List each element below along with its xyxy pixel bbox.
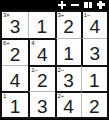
cell-r2c3[interactable]: 1	[55, 38, 81, 64]
cell-r4c3[interactable]: 2÷4	[55, 91, 81, 117]
cage-label: 1−	[84, 12, 91, 19]
cell-r2c1[interactable]: 6+2	[2, 38, 28, 64]
cell-value: 3	[63, 71, 74, 90]
cell-value: 2	[89, 97, 100, 116]
cell-r4c1[interactable]: 11	[2, 91, 28, 117]
cell-value: 3	[10, 17, 21, 36]
cell-r2c2[interactable]: 44	[28, 38, 54, 64]
kenken-board: 3×313+21−46+2441341−22−311132÷42	[0, 10, 109, 119]
cell-value: 2	[63, 17, 74, 36]
cell-value: 1	[37, 17, 48, 36]
plus-icon[interactable]	[58, 1, 66, 9]
cell-r1c3[interactable]: 3+2	[55, 12, 81, 38]
cell-r3c4[interactable]: 1	[81, 65, 107, 91]
cell-r3c2[interactable]: 1−2	[28, 65, 54, 91]
cell-r4c2[interactable]: 3	[28, 91, 54, 117]
cage-label: 3×	[3, 12, 10, 19]
cage-label: 3+	[58, 12, 65, 19]
toolbar	[0, 0, 109, 10]
cell-value: 1	[63, 44, 74, 63]
cell-value: 2	[37, 71, 48, 90]
cage-label: 1−	[31, 67, 38, 74]
cage-label: 6+	[3, 40, 10, 47]
cell-r1c1[interactable]: 3×3	[2, 12, 28, 38]
cell-value: 4	[10, 71, 21, 90]
cage-label: 4	[31, 40, 34, 47]
cell-r3c1[interactable]: 4	[2, 65, 28, 91]
app-window: 3×313+21−46+2441341−22−311132÷42	[0, 0, 109, 120]
cell-value: 4	[90, 17, 101, 36]
cell-value: 4	[37, 45, 48, 64]
cage-label: 2−	[58, 67, 65, 74]
cell-r2c4[interactable]: 3	[81, 38, 107, 64]
cell-value: 4	[63, 97, 74, 116]
cell-r3c3[interactable]: 2−3	[55, 65, 81, 91]
cell-r1c4[interactable]: 1−4	[81, 12, 107, 38]
minus-icon[interactable]	[71, 1, 79, 9]
cell-r1c2[interactable]: 1	[28, 12, 54, 38]
cage-label: 1	[3, 93, 6, 100]
cage-label: 2÷	[58, 93, 65, 100]
cross-icon[interactable]	[97, 1, 105, 9]
cell-value: 1	[10, 97, 21, 116]
cell-value: 3	[37, 97, 48, 116]
cell-r4c4[interactable]: 2	[81, 91, 107, 117]
cell-value: 1	[89, 71, 100, 90]
cell-value: 3	[90, 44, 101, 63]
cell-value: 2	[10, 45, 21, 64]
grid-icon[interactable]	[84, 1, 92, 9]
